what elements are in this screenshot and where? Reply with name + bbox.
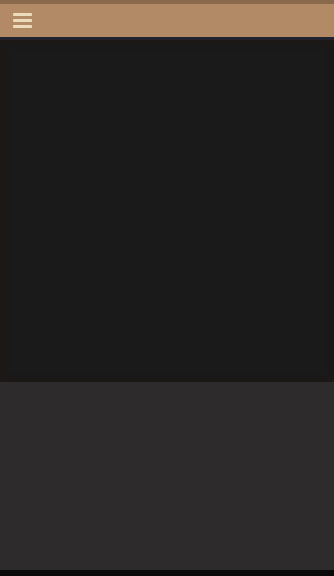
analysis-panel (0, 382, 334, 570)
app-header (0, 4, 334, 37)
header-actions (252, 4, 328, 37)
undo-icon[interactable] (252, 7, 286, 35)
menu-hamburger-icon[interactable] (13, 13, 32, 28)
redo-icon[interactable] (294, 7, 328, 35)
bottom-system-bar (0, 570, 334, 576)
chess-board[interactable] (0, 40, 334, 382)
app-screen (0, 0, 334, 576)
board-area (0, 40, 334, 382)
